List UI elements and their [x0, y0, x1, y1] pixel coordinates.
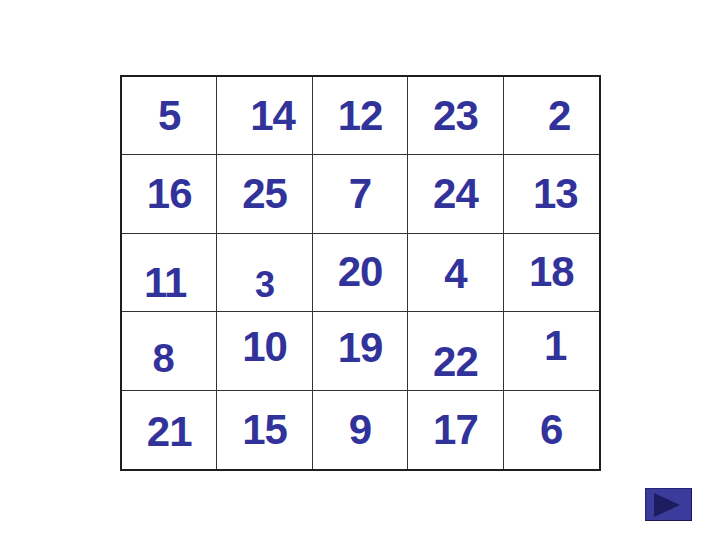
grid-cell: 5 [122, 77, 217, 155]
schulte-table: 5141223216257241311320418810192212115917… [120, 75, 601, 471]
cell-number: 1 [544, 325, 566, 367]
cell-number: 10 [242, 326, 287, 368]
grid-cell: 9 [313, 391, 408, 469]
cell-number: 3 [255, 267, 274, 303]
cell-number: 16 [147, 173, 192, 215]
grid-cell: 14 [217, 77, 312, 155]
forward-right-triangle-icon [654, 493, 680, 517]
grid-cell: 4 [408, 234, 503, 312]
grid-cell: 15 [217, 391, 312, 469]
grid-cell: 1 [504, 312, 599, 390]
cell-number: 17 [433, 409, 478, 451]
cell-number: 20 [338, 251, 383, 293]
grid-cell: 2 [504, 77, 599, 155]
grid-cell: 25 [217, 155, 312, 233]
grid-cell: 20 [313, 234, 408, 312]
cell-number: 23 [433, 95, 478, 137]
grid-cell: 6 [504, 391, 599, 469]
cell-number: 24 [433, 173, 478, 215]
cell-number: 7 [349, 173, 371, 215]
cell-number: 14 [250, 95, 295, 137]
grid-cell: 23 [408, 77, 503, 155]
cell-number: 13 [533, 173, 578, 215]
grid-cell: 16 [122, 155, 217, 233]
cell-number: 2 [548, 95, 570, 137]
grid-cell: 21 [122, 391, 217, 469]
cell-number: 11 [144, 262, 186, 304]
grid-cell: 13 [504, 155, 599, 233]
grid-cell: 11 [122, 234, 217, 312]
cell-number: 19 [338, 327, 383, 369]
grid-cell: 10 [217, 312, 312, 390]
grid-cell: 7 [313, 155, 408, 233]
cell-number: 8 [153, 338, 174, 378]
cell-number: 25 [242, 173, 287, 215]
cell-number: 9 [349, 409, 371, 451]
grid-cell: 18 [504, 234, 599, 312]
cell-number: 12 [338, 95, 383, 137]
grid-cell: 8 [122, 312, 217, 390]
next-slide-button[interactable] [645, 488, 692, 521]
grid-cell: 19 [313, 312, 408, 390]
cell-number: 6 [540, 409, 562, 451]
cell-number: 18 [529, 251, 574, 293]
grid-cell: 24 [408, 155, 503, 233]
cell-number: 22 [433, 341, 478, 383]
grid-cell: 12 [313, 77, 408, 155]
cell-number: 5 [158, 95, 180, 137]
grid-cell: 17 [408, 391, 503, 469]
slide-canvas: 5141223216257241311320418810192212115917… [0, 0, 720, 540]
grid-cell: 3 [217, 234, 312, 312]
cell-number: 21 [147, 411, 192, 453]
grid-cell: 22 [408, 312, 503, 390]
cell-number: 4 [444, 253, 466, 295]
cell-number: 15 [242, 409, 287, 451]
